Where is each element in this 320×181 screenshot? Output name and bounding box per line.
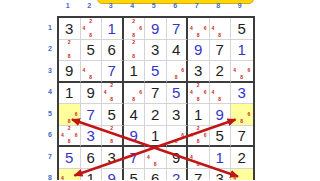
given-digit: 7: [188, 169, 209, 181]
cell-r4c6[interactable]: 5: [167, 83, 189, 105]
candidates: 248: [102, 83, 122, 104]
solved-digit: 3: [81, 126, 102, 146]
solved-digit: 7: [124, 147, 145, 168]
cell-r7c5[interactable]: 48: [145, 147, 167, 169]
cell-r8c3[interactable]: 9: [102, 169, 124, 181]
cell-r2c2[interactable]: 5: [81, 40, 103, 62]
cell-r6c5[interactable]: 1: [145, 126, 167, 148]
col-label-9: 9: [238, 2, 242, 9]
cell-r8c4[interactable]: 5: [124, 169, 146, 181]
cell-r2c4[interactable]: 28: [124, 40, 146, 62]
candidate-digit: 2: [195, 83, 202, 90]
cell-r1c2[interactable]: 248: [81, 18, 103, 40]
cell-r5c6[interactable]: 3: [167, 104, 189, 126]
given-digit: 3: [167, 104, 187, 125]
cell-r4c1[interactable]: 1: [59, 83, 81, 105]
candidate-digit: 4: [145, 154, 152, 161]
cell-r3c1[interactable]: 9: [59, 61, 81, 83]
candidate-digit: 8: [195, 32, 202, 39]
candidate-digit: 2: [130, 18, 137, 25]
cell-r6c1[interactable]: 2468: [59, 126, 81, 148]
candidate-digit: 8: [87, 32, 94, 39]
given-digit: 2: [231, 147, 253, 168]
solved-digit: 1: [210, 147, 231, 168]
cell-r8c1[interactable]: 48: [59, 169, 81, 181]
cell-r4c9[interactable]: 3: [231, 83, 253, 105]
candidate-digit: 8: [216, 96, 223, 103]
cell-r1c6[interactable]: 7: [167, 18, 189, 40]
cell-r7c7[interactable]: 48: [188, 147, 210, 169]
col-label-1: 1: [66, 2, 70, 9]
row-label-6: 6: [48, 131, 52, 138]
candidate-digit: 6: [137, 25, 144, 32]
cell-r5c8[interactable]: 9: [210, 104, 232, 126]
given-digit: 4: [124, 104, 145, 125]
cell-r5c9[interactable]: 68: [231, 104, 253, 126]
candidates: 48: [210, 18, 231, 39]
sudoku-app: 123456789 123456789 32481268974684852856…: [0, 0, 320, 180]
candidate-digit: 4: [188, 25, 195, 32]
row-label-1: 1: [48, 23, 52, 30]
row-label-7: 7: [48, 152, 52, 159]
col-label-7: 7: [195, 2, 199, 9]
col-label-4: 4: [130, 2, 134, 9]
candidate-digit: 4: [210, 25, 217, 32]
candidate-digit: 8: [87, 74, 94, 81]
given-digit: 9: [59, 61, 80, 81]
candidate-digit: 8: [130, 53, 137, 60]
given-digit: 9: [81, 83, 102, 104]
given-digit: 3: [145, 40, 166, 61]
col-label-6: 6: [173, 2, 177, 9]
given-digit: 5: [81, 40, 102, 61]
row-label-8: 8: [48, 174, 52, 180]
candidate-digit: 6: [73, 111, 80, 118]
cell-r7c1[interactable]: 5: [59, 147, 81, 169]
col-label-2: 2: [87, 2, 91, 9]
candidates: 48: [59, 169, 80, 181]
cell-r1c8[interactable]: 48: [210, 18, 232, 40]
candidate-digit: 8: [216, 32, 223, 39]
cell-r5c7[interactable]: 1: [188, 104, 210, 126]
candidates: 68: [59, 104, 80, 125]
row-label-2: 2: [48, 45, 52, 52]
cell-r2c9[interactable]: 1: [231, 40, 253, 62]
solved-digit: 9: [124, 126, 145, 146]
given-digit: 7: [145, 83, 166, 104]
candidate-digit: 8: [152, 161, 159, 168]
given-digit: 3: [102, 147, 122, 168]
cell-r8c6[interactable]: 2: [167, 169, 189, 181]
sudoku-board: 3248126897468485285628349719487156832468…: [57, 16, 255, 180]
candidates: 68: [124, 83, 145, 104]
candidates: 48: [81, 61, 102, 81]
cell-r4c4[interactable]: 68: [124, 83, 146, 105]
candidate-digit: 6: [202, 89, 209, 96]
cell-r3c7[interactable]: 3: [188, 61, 210, 83]
candidate-digit: 8: [66, 118, 73, 125]
candidate-digit: 4: [188, 89, 195, 96]
cell-r8c7[interactable]: 7: [188, 169, 210, 181]
candidate-digit: 8: [238, 118, 245, 125]
cell-r1c1[interactable]: 3: [59, 18, 81, 40]
solved-digit: 1: [102, 18, 122, 39]
candidate-digit: 6: [202, 25, 209, 32]
cell-r8c5[interactable]: 6: [145, 169, 167, 181]
candidates: 248: [81, 18, 102, 39]
cell-r7c3[interactable]: 3: [102, 147, 124, 169]
col-label-5: 5: [152, 2, 156, 9]
given-digit: 6: [145, 169, 166, 181]
solved-digit: 7: [167, 18, 187, 39]
cell-r6c4[interactable]: 9: [124, 126, 146, 148]
cell-r6c3[interactable]: 28: [102, 126, 124, 148]
cell-r6c9[interactable]: 7: [231, 126, 253, 148]
cell-r1c3[interactable]: 1: [102, 18, 124, 40]
candidate-digit: 8: [195, 161, 202, 168]
candidates: 2468: [188, 83, 209, 104]
candidate-digit: 8: [66, 53, 73, 60]
cell-r1c7[interactable]: 468: [188, 18, 210, 40]
solved-digit: 5: [145, 61, 166, 81]
cell-r7c8[interactable]: 1: [210, 147, 232, 169]
candidates: 468: [231, 61, 253, 81]
cell-r8c2[interactable]: 1: [81, 169, 103, 181]
cell-r5c3[interactable]: 5: [102, 104, 124, 126]
candidate-digit: 2: [87, 18, 94, 25]
solved-digit: 9: [145, 18, 166, 39]
candidates: 68: [167, 61, 187, 81]
candidate-digit: 2: [66, 40, 73, 47]
cell-r1c9[interactable]: 5: [231, 18, 253, 40]
cell-r8c9[interactable]: 48: [231, 169, 253, 181]
candidates: 2468: [59, 126, 80, 146]
cell-r6c2[interactable]: 3: [81, 126, 103, 148]
cell-r4c7[interactable]: 2468: [188, 83, 210, 105]
cell-r4c2[interactable]: 9: [81, 83, 103, 105]
cell-r3c5[interactable]: 5: [145, 61, 167, 83]
candidate-digit: 8: [66, 139, 73, 146]
candidates: 28: [59, 40, 80, 61]
candidate-digit: 4: [188, 154, 195, 161]
given-digit: 2: [210, 61, 231, 81]
solved-digit: 7: [102, 61, 122, 81]
given-digit: 5: [102, 104, 122, 125]
given-digit: 7: [231, 126, 253, 146]
candidate-digit: 8: [130, 32, 137, 39]
solved-digit: 9: [102, 169, 122, 181]
col-label-8: 8: [216, 2, 220, 9]
solved-digit: 3: [231, 83, 253, 104]
given-digit: 4: [167, 40, 187, 61]
candidate-digit: 6: [137, 89, 144, 96]
candidate-digit: 8: [130, 96, 137, 103]
cell-r5c2[interactable]: 7: [81, 104, 103, 126]
candidates: 48: [145, 147, 166, 168]
candidate-digit: 8: [195, 96, 202, 103]
candidate-digit: 4: [210, 89, 217, 96]
candidate-digit: 6: [245, 111, 252, 118]
given-digit: 1: [81, 169, 102, 181]
candidate-digit: 2: [130, 40, 137, 47]
given-digit: 3: [59, 18, 80, 39]
candidate-digit: 4: [59, 175, 66, 180]
cell-r1c4[interactable]: 268: [124, 18, 146, 40]
given-digit: 9: [167, 147, 187, 168]
cell-r2c6[interactable]: 4: [167, 40, 189, 62]
cell-r4c8[interactable]: 48: [210, 83, 232, 105]
cell-r2c8[interactable]: 7: [210, 40, 232, 62]
candidates: 68: [231, 104, 253, 125]
candidate-digit: 8: [195, 139, 202, 146]
cell-r3c9[interactable]: 468: [231, 61, 253, 83]
candidates: 28: [124, 40, 145, 61]
cell-r3c3[interactable]: 7: [102, 61, 124, 83]
candidate-digit: 4: [231, 175, 238, 180]
row-label-5: 5: [48, 109, 52, 116]
given-digit: 5: [124, 169, 145, 181]
candidates: 48: [188, 147, 209, 168]
cell-r6c6[interactable]: 68: [167, 126, 189, 148]
solved-digit: 5: [167, 83, 187, 104]
cell-r7c2[interactable]: 6: [81, 147, 103, 169]
given-digit: 2: [145, 104, 166, 125]
given-digit: 1: [145, 126, 166, 146]
candidates: 2468: [188, 126, 209, 146]
solved-digit: 5: [59, 147, 80, 168]
solved-digit: 1: [231, 40, 253, 61]
cell-r5c1[interactable]: 68: [59, 104, 81, 126]
cell-r7c9[interactable]: 2: [231, 147, 253, 169]
cell-r5c4[interactable]: 4: [124, 104, 146, 126]
solved-digit: 7: [81, 104, 102, 125]
given-digit: 7: [210, 40, 231, 61]
given-digit: 3: [210, 169, 231, 181]
cell-r2c7[interactable]: 9: [188, 40, 210, 62]
cell-r3c6[interactable]: 68: [167, 61, 189, 83]
cell-r8c8[interactable]: 3: [210, 169, 232, 181]
cell-r7c4[interactable]: 7: [124, 147, 146, 169]
row-label-3: 3: [48, 66, 52, 73]
cell-r2c1[interactable]: 28: [59, 40, 81, 62]
given-digit: 1: [59, 83, 80, 104]
given-digit: 1: [124, 61, 145, 81]
cell-r1c5[interactable]: 9: [145, 18, 167, 40]
cell-r2c3[interactable]: 6: [102, 40, 124, 62]
row-label-4: 4: [48, 88, 52, 95]
candidate-digit: 8: [238, 74, 245, 81]
candidates: 28: [102, 126, 122, 146]
given-digit: 5: [210, 126, 231, 146]
cell-r2c5[interactable]: 3: [145, 40, 167, 62]
candidates: 468: [188, 18, 209, 39]
candidates: 48: [231, 169, 253, 181]
candidate-digit: 4: [81, 25, 88, 32]
candidates: 68: [167, 126, 187, 146]
given-digit: 6: [81, 147, 102, 168]
solved-digit: 2: [167, 169, 187, 181]
cell-r5c5[interactable]: 2: [145, 104, 167, 126]
cell-r3c2[interactable]: 48: [81, 61, 103, 83]
candidates: 268: [124, 18, 145, 39]
cell-r3c4[interactable]: 1: [124, 61, 146, 83]
cell-r7c6[interactable]: 9: [167, 147, 189, 169]
given-digit: 5: [231, 18, 253, 39]
cell-r6c7[interactable]: 2468: [188, 126, 210, 148]
candidates: 48: [210, 83, 231, 104]
given-digit: 6: [102, 40, 122, 61]
cell-r4c5[interactable]: 7: [145, 83, 167, 105]
given-digit: 3: [188, 61, 209, 81]
cell-r6c8[interactable]: 5: [210, 126, 232, 148]
cell-r4c3[interactable]: 248: [102, 83, 124, 105]
solved-digit: 9: [210, 104, 231, 125]
col-label-3: 3: [109, 2, 113, 9]
cell-r3c8[interactable]: 2: [210, 61, 232, 83]
given-digit: 1: [188, 104, 209, 125]
solved-digit: 9: [188, 40, 209, 61]
